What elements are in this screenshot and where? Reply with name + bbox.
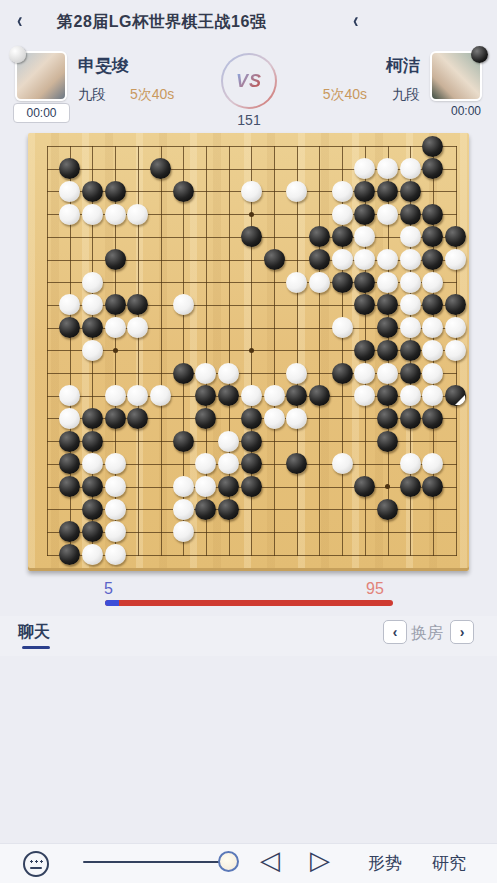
- black-stone: [400, 363, 421, 384]
- white-stone: [332, 181, 353, 202]
- black-stone: [59, 317, 80, 338]
- white-stone: [445, 340, 466, 361]
- white-stone: [59, 385, 80, 406]
- star-point: [249, 212, 254, 217]
- page-title: 第28届LG杯世界棋王战16强: [57, 12, 266, 33]
- black-stone: [377, 340, 398, 361]
- black-stone: [82, 476, 103, 497]
- black-stone: [286, 453, 307, 474]
- black-stone: [354, 294, 375, 315]
- black-stone: [445, 226, 466, 247]
- black-stone: [105, 294, 126, 315]
- white-stone: [150, 385, 171, 406]
- right-player-name: 柯洁: [386, 54, 420, 77]
- white-stone: [332, 317, 353, 338]
- black-stone: [241, 453, 262, 474]
- white-stone: [59, 204, 80, 225]
- white-stone: [59, 408, 80, 429]
- back-icon[interactable]: ‹: [17, 8, 22, 34]
- black-stone: [354, 204, 375, 225]
- tab-chat[interactable]: 聊天: [18, 622, 50, 643]
- black-stone: [241, 476, 262, 497]
- black-stone: [400, 340, 421, 361]
- white-stone: [127, 317, 148, 338]
- black-stone: [309, 249, 330, 270]
- white-stone: [445, 317, 466, 338]
- white-stone: [105, 204, 126, 225]
- black-stone: [422, 476, 443, 497]
- white-stone: [400, 249, 421, 270]
- white-stone: [377, 363, 398, 384]
- white-stone: [400, 385, 421, 406]
- right-player-time-control: 5次40s: [323, 86, 367, 104]
- black-stone: [445, 294, 466, 315]
- white-stone: [332, 453, 353, 474]
- white-stone: [445, 249, 466, 270]
- white-stone: [82, 272, 103, 293]
- room-prev-button[interactable]: ‹: [383, 620, 407, 644]
- white-stone: [82, 340, 103, 361]
- black-stone: [195, 408, 216, 429]
- star-point: [249, 348, 254, 353]
- white-stone: [59, 181, 80, 202]
- right-player-rank: 九段: [392, 86, 420, 104]
- white-stone: [105, 521, 126, 542]
- app-screen: ‹ 第28届LG杯世界棋王战16强 ‹ 申旻埈 九段 5次40s 00:00 V…: [0, 0, 497, 883]
- black-stone: [354, 340, 375, 361]
- white-stone: [332, 204, 353, 225]
- white-stone: [173, 521, 194, 542]
- slider-knob[interactable]: [218, 851, 239, 872]
- black-stone: [82, 431, 103, 452]
- white-stone: [422, 385, 443, 406]
- black-stone: [59, 476, 80, 497]
- black-stone: [332, 226, 353, 247]
- black-stone: [59, 158, 80, 179]
- black-stone: [377, 317, 398, 338]
- white-stone: [264, 385, 285, 406]
- star-point: [113, 348, 118, 353]
- move-progress-slider[interactable]: [83, 861, 237, 863]
- black-stone: [173, 181, 194, 202]
- black-stone: [377, 181, 398, 202]
- white-stone: [354, 249, 375, 270]
- white-stone: [173, 499, 194, 520]
- white-stone: [309, 272, 330, 293]
- grid-line: [297, 146, 298, 556]
- black-stone: [195, 385, 216, 406]
- prev-move-button[interactable]: ◁: [260, 845, 280, 876]
- left-player-time-control: 5次40s: [130, 86, 174, 104]
- black-stone: [218, 499, 239, 520]
- last-move-marker: [455, 395, 465, 405]
- white-stone: [82, 204, 103, 225]
- black-stone: [173, 431, 194, 452]
- white-stone: [286, 363, 307, 384]
- black-stone: [332, 363, 353, 384]
- black-stone: [422, 294, 443, 315]
- white-stone: [377, 249, 398, 270]
- white-stone: [400, 226, 421, 247]
- white-stone: [173, 476, 194, 497]
- grid-line: [319, 146, 320, 556]
- go-board[interactable]: [28, 133, 469, 571]
- chat-row: 聊天 ‹ 换房 ›: [0, 616, 497, 656]
- white-stone: [354, 158, 375, 179]
- black-stone: [354, 476, 375, 497]
- black-stone-badge-icon: [471, 46, 488, 63]
- black-stone: [195, 499, 216, 520]
- situation-button[interactable]: 形势: [368, 852, 402, 875]
- white-stone: [422, 317, 443, 338]
- chat-tab-underline: [22, 646, 50, 649]
- header: ‹ 第28届LG杯世界棋王战16强 ‹: [0, 0, 497, 44]
- winrate-red-value: 95: [366, 580, 384, 598]
- black-stone: [241, 226, 262, 247]
- black-stone: [422, 158, 443, 179]
- black-stone: [241, 408, 262, 429]
- winrate-bar: [105, 600, 393, 606]
- white-stone: [377, 272, 398, 293]
- black-stone: [422, 408, 443, 429]
- white-stone: [127, 204, 148, 225]
- white-stone: [241, 385, 262, 406]
- white-stone: [59, 294, 80, 315]
- black-stone: [445, 385, 466, 406]
- white-stone: [218, 453, 239, 474]
- black-stone: [105, 181, 126, 202]
- white-stone: [286, 408, 307, 429]
- black-stone: [218, 385, 239, 406]
- black-stone: [400, 181, 421, 202]
- black-stone: [400, 476, 421, 497]
- black-stone: [82, 408, 103, 429]
- black-stone: [354, 181, 375, 202]
- black-stone: [422, 136, 443, 157]
- white-stone: [400, 317, 421, 338]
- emoji-keyboard-icon[interactable]: [23, 851, 49, 877]
- white-stone: [422, 453, 443, 474]
- white-stone: [105, 476, 126, 497]
- white-stone: [377, 158, 398, 179]
- white-stone: [422, 340, 443, 361]
- white-stone-badge-icon: [9, 46, 26, 63]
- move-number: 151: [221, 112, 277, 128]
- black-stone: [400, 408, 421, 429]
- black-stone: [127, 408, 148, 429]
- white-stone: [354, 385, 375, 406]
- research-button[interactable]: 研究: [432, 852, 466, 875]
- black-stone: [59, 431, 80, 452]
- white-stone: [82, 294, 103, 315]
- black-stone: [286, 385, 307, 406]
- black-stone: [59, 521, 80, 542]
- room-next-button[interactable]: ›: [450, 620, 474, 644]
- white-stone: [105, 499, 126, 520]
- white-stone: [286, 181, 307, 202]
- black-stone: [150, 158, 171, 179]
- left-player-clock: 00:00: [13, 103, 70, 123]
- white-stone: [400, 272, 421, 293]
- black-stone: [59, 544, 80, 565]
- white-stone: [105, 544, 126, 565]
- black-stone: [82, 181, 103, 202]
- black-stone: [241, 431, 262, 452]
- white-stone: [422, 363, 443, 384]
- player-strip: 申旻埈 九段 5次40s 00:00 VS 151 柯洁 九段 5次40s 00…: [0, 44, 497, 133]
- black-stone: [82, 317, 103, 338]
- vs-badge: VS: [221, 53, 277, 109]
- black-stone: [59, 453, 80, 474]
- right-player-clock: 00:00: [451, 104, 481, 118]
- white-stone: [241, 181, 262, 202]
- white-stone: [400, 294, 421, 315]
- grid-line: [274, 146, 275, 556]
- white-stone: [127, 385, 148, 406]
- black-stone: [309, 385, 330, 406]
- white-stone: [354, 226, 375, 247]
- winrate-blue-value: 5: [104, 580, 113, 598]
- black-stone: [332, 272, 353, 293]
- black-stone: [377, 385, 398, 406]
- vs-label: VS: [236, 71, 262, 92]
- collapse-icon[interactable]: ‹: [353, 8, 358, 34]
- black-stone: [127, 294, 148, 315]
- white-stone: [195, 453, 216, 474]
- white-stone: [286, 272, 307, 293]
- black-stone: [173, 363, 194, 384]
- white-stone: [105, 317, 126, 338]
- black-stone: [354, 272, 375, 293]
- star-point: [385, 484, 390, 489]
- white-stone: [377, 204, 398, 225]
- next-move-button[interactable]: ▷: [310, 845, 330, 876]
- white-stone: [400, 453, 421, 474]
- white-stone: [82, 544, 103, 565]
- black-stone: [105, 249, 126, 270]
- room-change-label: 换房: [411, 623, 443, 644]
- white-stone: [218, 363, 239, 384]
- black-stone: [377, 408, 398, 429]
- white-stone: [422, 272, 443, 293]
- black-stone: [377, 499, 398, 520]
- black-stone: [377, 431, 398, 452]
- black-stone: [218, 476, 239, 497]
- black-stone: [82, 499, 103, 520]
- left-player-rank: 九段: [78, 86, 106, 104]
- white-stone: [332, 249, 353, 270]
- white-stone: [195, 476, 216, 497]
- black-stone: [377, 294, 398, 315]
- white-stone: [82, 453, 103, 474]
- white-stone: [400, 158, 421, 179]
- white-stone: [264, 408, 285, 429]
- bottom-toolbar: [0, 843, 497, 883]
- black-stone: [82, 521, 103, 542]
- black-stone: [422, 204, 443, 225]
- white-stone: [173, 294, 194, 315]
- black-stone: [309, 226, 330, 247]
- winrate-bar-blue-segment: [105, 600, 119, 606]
- left-player-name: 申旻埈: [78, 54, 129, 77]
- black-stone: [105, 408, 126, 429]
- black-stone: [422, 226, 443, 247]
- white-stone: [218, 431, 239, 452]
- black-stone: [422, 249, 443, 270]
- black-stone: [264, 249, 285, 270]
- white-stone: [105, 385, 126, 406]
- white-stone: [105, 453, 126, 474]
- white-stone: [354, 363, 375, 384]
- black-stone: [400, 204, 421, 225]
- white-stone: [195, 363, 216, 384]
